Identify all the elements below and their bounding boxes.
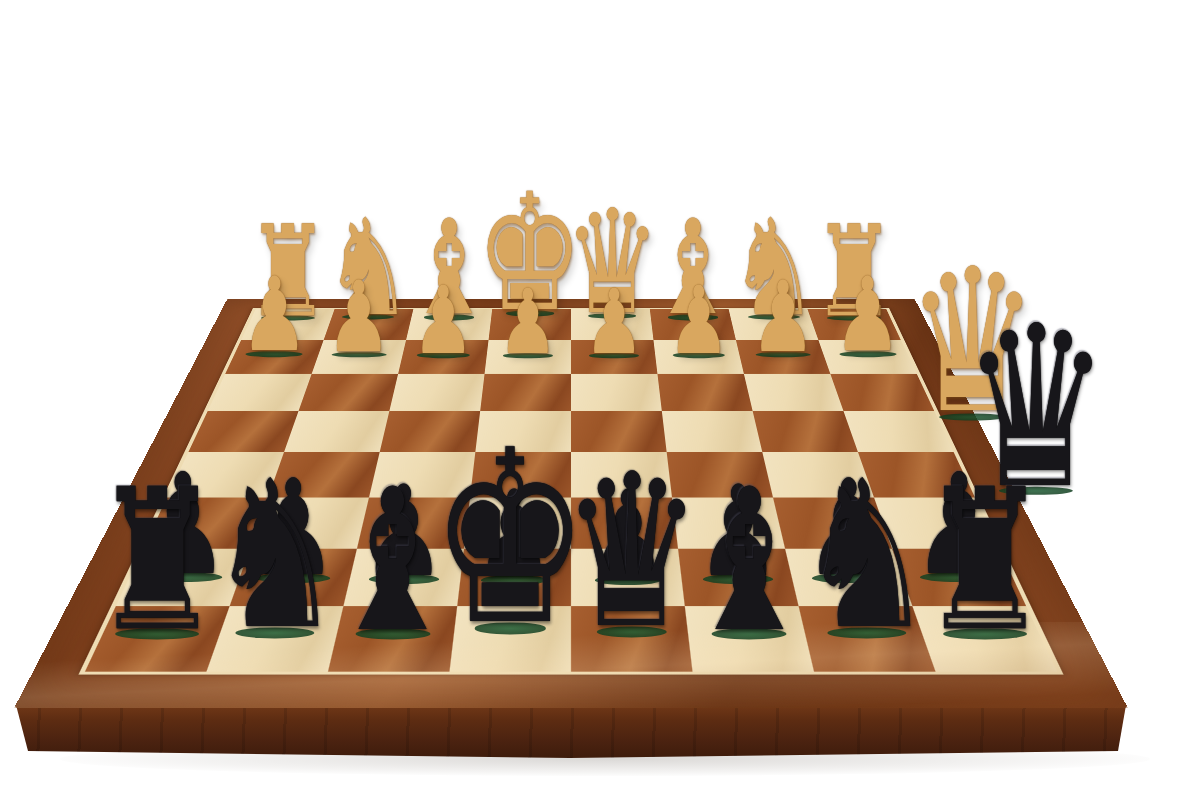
square-f7 <box>653 340 743 374</box>
square-b8 <box>324 309 414 340</box>
square-d6 <box>480 374 571 411</box>
square-g5 <box>753 411 858 452</box>
square-d2 <box>457 549 571 607</box>
square-f6 <box>657 374 752 411</box>
square-a7 <box>225 340 323 374</box>
square-e8 <box>571 309 653 340</box>
square-a3 <box>143 498 268 549</box>
square-e7 <box>571 340 657 374</box>
square-d3 <box>464 498 571 549</box>
square-f5 <box>662 411 762 452</box>
square-a8 <box>241 309 334 340</box>
square-h3 <box>874 498 999 549</box>
square-d7 <box>485 340 571 374</box>
square-g4 <box>762 452 874 498</box>
square-e2 <box>571 549 685 607</box>
square-e5 <box>571 411 667 452</box>
square-e4 <box>571 452 672 498</box>
square-g6 <box>744 374 844 411</box>
square-g3 <box>773 498 892 549</box>
square-e3 <box>571 498 678 549</box>
frame-sheen <box>14 622 1128 708</box>
square-b5 <box>284 411 389 452</box>
square-a4 <box>167 452 284 498</box>
square-e6 <box>571 374 662 411</box>
square-c8 <box>406 309 492 340</box>
square-d4 <box>470 452 571 498</box>
square-a6 <box>208 374 312 411</box>
square-b6 <box>299 374 399 411</box>
square-c7 <box>398 340 488 374</box>
square-b2 <box>230 549 357 607</box>
square-h6 <box>830 374 934 411</box>
square-c3 <box>357 498 470 549</box>
square-h7 <box>818 340 916 374</box>
square-h2 <box>892 549 1026 607</box>
square-h5 <box>843 411 953 452</box>
square-f4 <box>667 452 773 498</box>
square-b4 <box>268 452 380 498</box>
square-c6 <box>389 374 484 411</box>
square-f3 <box>672 498 785 549</box>
square-h4 <box>858 452 975 498</box>
square-c4 <box>369 452 475 498</box>
square-f2 <box>678 549 799 607</box>
square-a5 <box>188 411 298 452</box>
chess-board <box>14 299 1128 708</box>
square-g8 <box>729 309 819 340</box>
square-c5 <box>380 411 480 452</box>
square-g2 <box>785 549 912 607</box>
square-b3 <box>250 498 369 549</box>
square-c2 <box>343 549 464 607</box>
square-b7 <box>312 340 406 374</box>
square-a2 <box>116 549 250 607</box>
square-g7 <box>736 340 830 374</box>
square-f8 <box>650 309 736 340</box>
board-grid <box>85 309 1057 671</box>
square-d5 <box>475 411 571 452</box>
square-h8 <box>808 309 901 340</box>
square-d8 <box>489 309 571 340</box>
photo-backdrop: ♜♞♝♚♛♝♞♜♟♟♟♟♟♟♟♟♟♟♟♟♟♟♟♟♜♞♝♚♛♝♞♜♛♛ <box>0 0 1200 800</box>
